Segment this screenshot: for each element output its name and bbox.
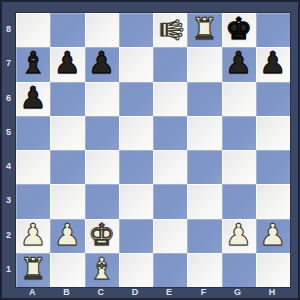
- square-b2[interactable]: ♟: [50, 219, 84, 253]
- black-bishop-a7[interactable]: ♝: [20, 48, 47, 78]
- white-pawn-h2[interactable]: ♟: [259, 220, 286, 250]
- square-f1[interactable]: [187, 253, 221, 287]
- file-label-f: F: [186, 287, 220, 300]
- square-a1[interactable]: ♜: [16, 253, 50, 287]
- square-d5[interactable]: [119, 116, 153, 150]
- square-a8[interactable]: [16, 13, 50, 47]
- square-f3[interactable]: [187, 184, 221, 218]
- square-e4[interactable]: [153, 150, 187, 184]
- black-pawn-g7[interactable]: ♟: [225, 48, 252, 78]
- square-g1[interactable]: [222, 253, 256, 287]
- square-f8[interactable]: ♜: [187, 13, 221, 47]
- square-h3[interactable]: [256, 184, 290, 218]
- square-g3[interactable]: [222, 184, 256, 218]
- file-label-h: H: [255, 287, 289, 300]
- square-f6[interactable]: [187, 82, 221, 116]
- square-c3[interactable]: [85, 184, 119, 218]
- square-h5[interactable]: [256, 116, 290, 150]
- file-label-d: D: [118, 287, 152, 300]
- white-king-c2[interactable]: ♚: [88, 220, 115, 250]
- rank-label-2: 2: [2, 218, 15, 252]
- file-label-b: B: [49, 287, 83, 300]
- file-labels: ABCDEFGH: [15, 287, 289, 300]
- white-pawn-g2[interactable]: ♟: [225, 220, 252, 250]
- square-e6[interactable]: [153, 82, 187, 116]
- square-h2[interactable]: ♟: [256, 219, 290, 253]
- white-rook-f8[interactable]: ♜: [191, 14, 218, 44]
- square-f4[interactable]: [187, 150, 221, 184]
- chess-board-frame: 87654321 ♛♜♚♝♟♟♟♟♟♟♟♚♟♟♜♝ ABCDEFGH: [0, 0, 300, 300]
- square-g8[interactable]: ♚: [222, 13, 256, 47]
- square-d6[interactable]: [119, 82, 153, 116]
- square-a5[interactable]: [16, 116, 50, 150]
- square-a3[interactable]: [16, 184, 50, 218]
- black-pawn-h7[interactable]: ♟: [259, 48, 286, 78]
- file-label-e: E: [152, 287, 186, 300]
- file-label-g: G: [221, 287, 255, 300]
- square-h7[interactable]: ♟: [256, 47, 290, 81]
- square-b5[interactable]: [50, 116, 84, 150]
- rank-label-3: 3: [2, 183, 15, 217]
- square-g2[interactable]: ♟: [222, 219, 256, 253]
- square-c2[interactable]: ♚: [85, 219, 119, 253]
- black-king-g8[interactable]: ♚: [225, 14, 252, 44]
- square-h8[interactable]: [256, 13, 290, 47]
- square-d8[interactable]: [119, 13, 153, 47]
- white-queen-rotated-e8[interactable]: ♛: [156, 17, 186, 44]
- black-pawn-c7[interactable]: ♟: [88, 48, 115, 78]
- square-b4[interactable]: [50, 150, 84, 184]
- square-d4[interactable]: [119, 150, 153, 184]
- file-label-a: A: [15, 287, 49, 300]
- rank-labels: 87654321: [2, 12, 15, 286]
- black-pawn-a6[interactable]: ♟: [20, 83, 47, 113]
- square-e5[interactable]: [153, 116, 187, 150]
- rank-label-5: 5: [2, 115, 15, 149]
- white-bishop-c1[interactable]: ♝: [88, 254, 115, 284]
- chess-board[interactable]: ♛♜♚♝♟♟♟♟♟♟♟♚♟♟♜♝: [15, 12, 291, 288]
- square-c5[interactable]: [85, 116, 119, 150]
- square-c7[interactable]: ♟: [85, 47, 119, 81]
- square-e3[interactable]: [153, 184, 187, 218]
- square-a2[interactable]: ♟: [16, 219, 50, 253]
- square-g5[interactable]: [222, 116, 256, 150]
- rank-label-8: 8: [2, 12, 15, 46]
- square-h1[interactable]: [256, 253, 290, 287]
- square-e1[interactable]: [153, 253, 187, 287]
- rank-label-6: 6: [2, 81, 15, 115]
- square-g4[interactable]: [222, 150, 256, 184]
- square-e7[interactable]: [153, 47, 187, 81]
- square-d7[interactable]: [119, 47, 153, 81]
- square-e2[interactable]: [153, 219, 187, 253]
- square-d1[interactable]: [119, 253, 153, 287]
- square-f7[interactable]: [187, 47, 221, 81]
- square-a7[interactable]: ♝: [16, 47, 50, 81]
- square-f2[interactable]: [187, 219, 221, 253]
- square-c4[interactable]: [85, 150, 119, 184]
- white-rook-a1[interactable]: ♜: [20, 254, 47, 284]
- square-h4[interactable]: [256, 150, 290, 184]
- rank-label-4: 4: [2, 149, 15, 183]
- square-h6[interactable]: [256, 82, 290, 116]
- rank-label-1: 1: [2, 252, 15, 286]
- square-c6[interactable]: [85, 82, 119, 116]
- square-b7[interactable]: ♟: [50, 47, 84, 81]
- square-a6[interactable]: ♟: [16, 82, 50, 116]
- square-d2[interactable]: [119, 219, 153, 253]
- white-pawn-a2[interactable]: ♟: [20, 220, 47, 250]
- rank-label-7: 7: [2, 46, 15, 80]
- square-g6[interactable]: [222, 82, 256, 116]
- square-c8[interactable]: [85, 13, 119, 47]
- white-pawn-b2[interactable]: ♟: [54, 220, 81, 250]
- black-pawn-b7[interactable]: ♟: [54, 48, 81, 78]
- square-b6[interactable]: [50, 82, 84, 116]
- square-a4[interactable]: [16, 150, 50, 184]
- square-d3[interactable]: [119, 184, 153, 218]
- square-b3[interactable]: [50, 184, 84, 218]
- square-g7[interactable]: ♟: [222, 47, 256, 81]
- file-label-c: C: [84, 287, 118, 300]
- square-b1[interactable]: [50, 253, 84, 287]
- square-e8[interactable]: ♛: [153, 13, 187, 47]
- square-b8[interactable]: [50, 13, 84, 47]
- square-f5[interactable]: [187, 116, 221, 150]
- square-c1[interactable]: ♝: [85, 253, 119, 287]
